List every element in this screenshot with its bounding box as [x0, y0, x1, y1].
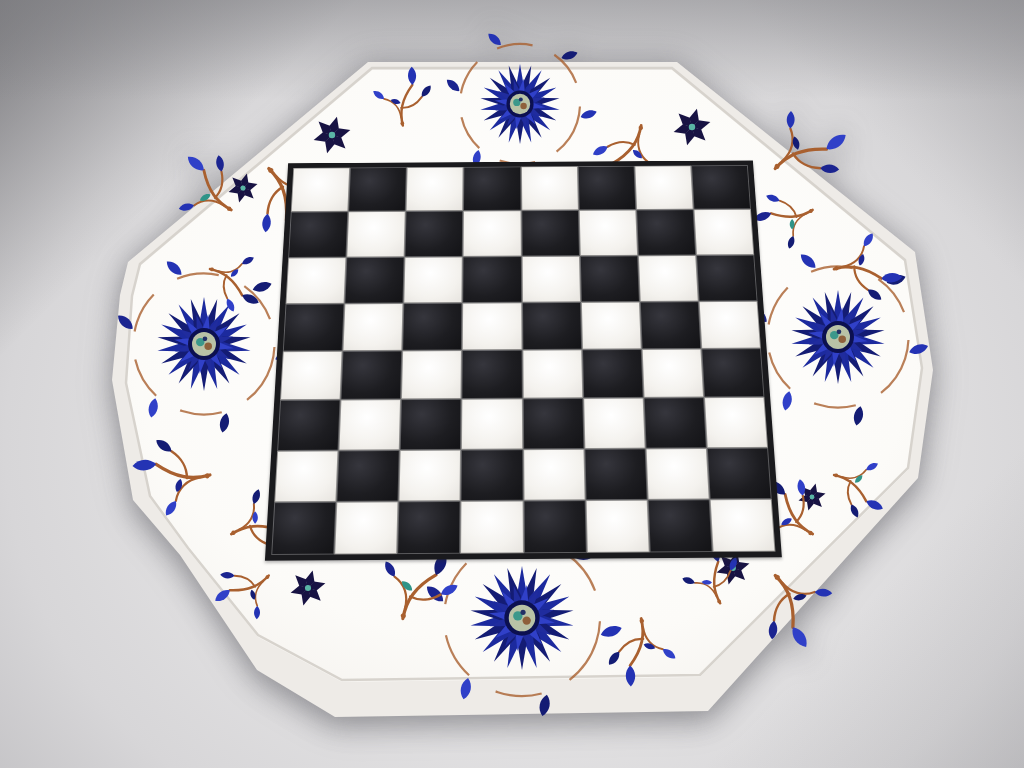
square-a1[interactable] [271, 502, 336, 555]
square-e8[interactable] [521, 166, 579, 210]
square-b7[interactable] [346, 211, 405, 257]
square-a2[interactable] [274, 450, 338, 502]
square-h5[interactable] [699, 301, 761, 349]
square-c4[interactable] [401, 350, 462, 399]
square-h6[interactable] [696, 254, 758, 301]
square-h3[interactable] [704, 397, 768, 448]
square-b8[interactable] [348, 167, 407, 211]
square-b2[interactable] [336, 450, 399, 502]
square-g7[interactable] [636, 210, 696, 256]
square-b6[interactable] [345, 257, 405, 304]
square-c2[interactable] [399, 449, 462, 501]
chessboard [265, 161, 782, 561]
square-c5[interactable] [402, 303, 462, 351]
square-b5[interactable] [343, 303, 404, 351]
square-e7[interactable] [521, 210, 580, 256]
square-g1[interactable] [647, 499, 712, 552]
square-c3[interactable] [400, 399, 462, 450]
square-f3[interactable] [583, 398, 646, 449]
square-d4[interactable] [462, 350, 523, 399]
square-e4[interactable] [522, 349, 583, 398]
square-h2[interactable] [707, 447, 772, 499]
square-f2[interactable] [584, 448, 647, 500]
square-c1[interactable] [397, 501, 461, 554]
square-a5[interactable] [283, 303, 345, 351]
square-c8[interactable] [406, 167, 464, 211]
square-h7[interactable] [693, 209, 754, 255]
square-d3[interactable] [461, 399, 522, 450]
square-f6[interactable] [580, 255, 640, 302]
square-g3[interactable] [643, 398, 706, 449]
square-d5[interactable] [462, 302, 522, 350]
square-c7[interactable] [405, 211, 464, 257]
square-a8[interactable] [291, 168, 350, 212]
square-d7[interactable] [463, 211, 521, 257]
square-g5[interactable] [640, 301, 702, 349]
square-a7[interactable] [288, 212, 348, 258]
square-e6[interactable] [521, 256, 580, 303]
square-a3[interactable] [277, 400, 340, 451]
square-b1[interactable] [334, 501, 398, 554]
square-c6[interactable] [404, 256, 463, 303]
photo-scene [0, 0, 1024, 768]
square-e1[interactable] [523, 500, 586, 553]
square-h1[interactable] [710, 499, 776, 552]
square-e3[interactable] [522, 398, 584, 449]
square-h4[interactable] [701, 348, 764, 397]
square-f5[interactable] [581, 302, 642, 350]
square-a4[interactable] [280, 351, 343, 400]
square-g2[interactable] [645, 448, 709, 500]
square-a6[interactable] [286, 257, 347, 304]
square-e5[interactable] [522, 302, 582, 350]
square-d1[interactable] [460, 500, 523, 553]
square-h8[interactable] [691, 165, 751, 209]
square-g8[interactable] [634, 166, 693, 210]
square-g4[interactable] [641, 349, 703, 398]
square-d8[interactable] [463, 167, 521, 211]
square-f1[interactable] [585, 500, 649, 553]
square-f8[interactable] [577, 166, 636, 210]
square-f7[interactable] [578, 210, 637, 256]
square-d2[interactable] [461, 449, 523, 501]
square-e2[interactable] [523, 448, 586, 500]
square-f4[interactable] [582, 349, 644, 398]
square-d6[interactable] [463, 256, 522, 303]
square-b3[interactable] [339, 399, 402, 450]
square-g6[interactable] [638, 255, 699, 302]
square-b4[interactable] [341, 351, 403, 400]
